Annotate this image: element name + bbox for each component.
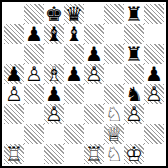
piece-white-pawn-g3[interactable]: ♟♙ (124, 104, 144, 124)
square-g8[interactable]: ♜ (124, 4, 144, 24)
black-pawn-fill-glyph: ♟ (44, 84, 64, 104)
square-f3[interactable]: ♞♘ (104, 104, 124, 124)
white-pawn-outline-glyph: ♙ (4, 84, 24, 104)
square-h6[interactable] (144, 44, 164, 64)
white-rook-outline-glyph: ♖ (4, 144, 24, 164)
square-c6[interactable] (44, 44, 64, 64)
square-b5[interactable]: ♟♙ (24, 64, 44, 84)
square-d7[interactable]: ♝ (64, 24, 84, 44)
white-queen-outline-glyph: ♕ (104, 124, 124, 144)
white-knight-outline-glyph: ♘ (104, 144, 124, 164)
square-b4[interactable] (24, 84, 44, 104)
piece-white-queen-f2[interactable]: ♛♕ (104, 124, 124, 144)
square-f7[interactable] (104, 24, 124, 44)
white-pawn-outline-glyph: ♙ (144, 84, 164, 104)
black-king-fill-glyph: ♚ (44, 4, 64, 24)
square-h5[interactable]: ♟ (144, 64, 164, 84)
black-pawn-fill-glyph: ♟ (4, 64, 24, 84)
square-e2[interactable] (84, 124, 104, 144)
piece-black-rook-g8[interactable]: ♜ (124, 4, 144, 24)
black-rook-fill-glyph: ♜ (124, 44, 144, 64)
square-g3[interactable]: ♟♙ (124, 104, 144, 124)
square-g7[interactable] (124, 24, 144, 44)
square-b7[interactable]: ♟ (24, 24, 44, 44)
square-h7[interactable] (144, 24, 164, 44)
black-pawn-fill-glyph: ♟ (64, 64, 84, 84)
square-a1[interactable]: ♜♖ (4, 144, 24, 164)
square-b8[interactable] (24, 4, 44, 24)
square-g1[interactable]: ♚♔ (124, 144, 144, 164)
black-queen-fill-glyph: ♛ (64, 4, 84, 24)
black-pawn-fill-glyph: ♟ (84, 44, 104, 64)
square-a6[interactable] (4, 44, 24, 64)
piece-white-bishop-c5[interactable]: ♝♗ (44, 64, 64, 84)
square-a2[interactable] (4, 124, 24, 144)
piece-white-knight-f1[interactable]: ♞♘ (104, 144, 124, 164)
square-b2[interactable] (24, 124, 44, 144)
square-g5[interactable] (124, 64, 144, 84)
square-c3[interactable]: ♟♙ (44, 104, 64, 124)
square-f6[interactable] (104, 44, 124, 64)
square-d8[interactable]: ♛ (64, 4, 84, 24)
square-a3[interactable] (4, 104, 24, 124)
square-f1[interactable]: ♞♘ (104, 144, 124, 164)
piece-black-pawn-a5[interactable]: ♟ (4, 64, 24, 84)
piece-black-pawn-e6[interactable]: ♟ (84, 44, 104, 64)
piece-black-pawn-c4[interactable]: ♟ (44, 84, 64, 104)
square-h4[interactable]: ♟♙ (144, 84, 164, 104)
square-d1[interactable] (64, 144, 84, 164)
square-b6[interactable] (24, 44, 44, 64)
piece-black-bishop-d7[interactable]: ♝ (64, 24, 84, 44)
piece-white-knight-f3[interactable]: ♞♘ (104, 104, 124, 124)
square-g2[interactable] (124, 124, 144, 144)
square-d4[interactable] (64, 84, 84, 104)
square-d2[interactable] (64, 124, 84, 144)
piece-white-rook-a1[interactable]: ♜♖ (4, 144, 24, 164)
piece-white-pawn-h4[interactable]: ♟♙ (144, 84, 164, 104)
board-frame: ♚♛♜♟♝♝♟♜♟♟♙♝♗♟♟♙♟♟♙♟♞♟♙♟♙♞♘♟♙♛♕♜♖♜♖♞♘♚♔ (0, 0, 168, 168)
square-b3[interactable] (24, 104, 44, 124)
black-rook-fill-glyph: ♜ (124, 4, 144, 24)
square-c5[interactable]: ♝♗ (44, 64, 64, 84)
square-d3[interactable] (64, 104, 84, 124)
white-pawn-outline-glyph: ♙ (84, 64, 104, 84)
piece-white-king-g1[interactable]: ♚♔ (124, 144, 144, 164)
square-e4[interactable] (84, 84, 104, 104)
square-e8[interactable] (84, 4, 104, 24)
square-e6[interactable]: ♟ (84, 44, 104, 64)
square-f2[interactable]: ♛♕ (104, 124, 124, 144)
square-c1[interactable] (44, 144, 64, 164)
piece-black-pawn-d5[interactable]: ♟ (64, 64, 84, 84)
square-h2[interactable] (144, 124, 164, 144)
square-c7[interactable]: ♝ (44, 24, 64, 44)
square-a8[interactable] (4, 4, 24, 24)
piece-black-king-c8[interactable]: ♚ (44, 4, 64, 24)
square-e3[interactable] (84, 104, 104, 124)
white-king-outline-glyph: ♔ (124, 144, 144, 164)
white-rook-outline-glyph: ♖ (84, 144, 104, 164)
white-pawn-outline-glyph: ♙ (44, 104, 64, 124)
piece-white-pawn-b5[interactable]: ♟♙ (24, 64, 44, 84)
piece-black-pawn-b7[interactable]: ♟ (24, 24, 44, 44)
black-pawn-fill-glyph: ♟ (24, 24, 44, 44)
square-f4[interactable] (104, 84, 124, 104)
square-d6[interactable] (64, 44, 84, 64)
square-e7[interactable] (84, 24, 104, 44)
piece-black-bishop-c7[interactable]: ♝ (44, 24, 64, 44)
piece-black-knight-g4[interactable]: ♞ (124, 84, 144, 104)
square-e1[interactable]: ♜♖ (84, 144, 104, 164)
black-bishop-fill-glyph: ♝ (64, 24, 84, 44)
square-b1[interactable] (24, 144, 44, 164)
square-f8[interactable] (104, 4, 124, 24)
white-knight-outline-glyph: ♘ (104, 104, 124, 124)
square-e5[interactable]: ♟♙ (84, 64, 104, 84)
white-pawn-outline-glyph: ♙ (124, 104, 144, 124)
piece-black-rook-g6[interactable]: ♜ (124, 44, 144, 64)
piece-white-rook-e1[interactable]: ♜♖ (84, 144, 104, 164)
square-g6[interactable]: ♜ (124, 44, 144, 64)
square-c4[interactable]: ♟ (44, 84, 64, 104)
black-knight-fill-glyph: ♞ (124, 84, 144, 104)
black-pawn-fill-glyph: ♟ (144, 64, 164, 84)
white-pawn-outline-glyph: ♙ (24, 64, 44, 84)
square-a4[interactable]: ♟♙ (4, 84, 24, 104)
square-c8[interactable]: ♚ (44, 4, 64, 24)
white-bishop-outline-glyph: ♗ (44, 64, 64, 84)
square-h8[interactable] (144, 4, 164, 24)
square-a7[interactable] (4, 24, 24, 44)
piece-black-pawn-h5[interactable]: ♟ (144, 64, 164, 84)
square-f5[interactable] (104, 64, 124, 84)
piece-white-pawn-a4[interactable]: ♟♙ (4, 84, 24, 104)
square-c2[interactable] (44, 124, 64, 144)
piece-black-queen-d8[interactable]: ♛ (64, 4, 84, 24)
square-g4[interactable]: ♞ (124, 84, 144, 104)
black-bishop-fill-glyph: ♝ (44, 24, 64, 44)
square-h1[interactable] (144, 144, 164, 164)
square-d5[interactable]: ♟ (64, 64, 84, 84)
piece-white-pawn-e5[interactable]: ♟♙ (84, 64, 104, 84)
chess-board: ♚♛♜♟♝♝♟♜♟♟♙♝♗♟♟♙♟♟♙♟♞♟♙♟♙♞♘♟♙♛♕♜♖♜♖♞♘♚♔ (4, 4, 164, 164)
piece-white-pawn-c3[interactable]: ♟♙ (44, 104, 64, 124)
square-a5[interactable]: ♟ (4, 64, 24, 84)
square-h3[interactable] (144, 104, 164, 124)
